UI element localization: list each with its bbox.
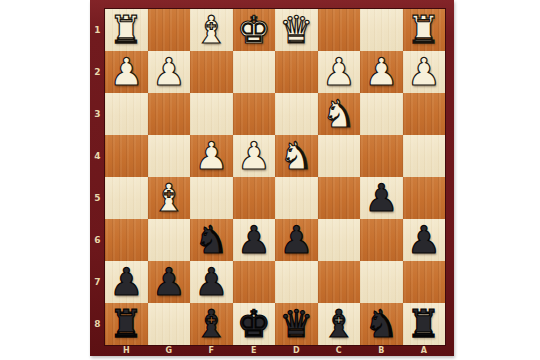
piece-white-pawn-b2[interactable]: ♟ <box>364 53 398 91</box>
square-c3[interactable]: ♞ <box>318 93 361 135</box>
square-b1[interactable] <box>360 9 403 51</box>
rank-label-5: 5 <box>90 177 105 219</box>
piece-black-pawn-a6[interactable]: ♟ <box>407 221 441 259</box>
piece-black-pawn-h7[interactable]: ♟ <box>109 263 143 301</box>
square-e6[interactable]: ♟ <box>233 219 276 261</box>
square-f3[interactable] <box>190 93 233 135</box>
piece-white-pawn-a2[interactable]: ♟ <box>407 53 441 91</box>
piece-white-pawn-f4[interactable]: ♟ <box>194 137 228 175</box>
board-grid: ♜♝♚♛♜♟♟♟♟♟♞♟♟♞♝♟♞♟♟♟♟♟♟♜♝♚♛♝♞♜ <box>105 9 445 345</box>
file-label-c: C <box>318 345 361 356</box>
rank-label-6: 6 <box>90 219 105 261</box>
page-background: 12345678 ♜♝♚♛♜♟♟♟♟♟♞♟♟♞♝♟♞♟♟♟♟♟♟♜♝♚♛♝♞♜ … <box>0 0 540 360</box>
square-h5[interactable] <box>105 177 148 219</box>
piece-white-rook-a1[interactable]: ♜ <box>407 11 441 49</box>
square-g1[interactable] <box>148 9 191 51</box>
square-h4[interactable] <box>105 135 148 177</box>
piece-black-queen-d8[interactable]: ♛ <box>279 305 313 343</box>
square-a2[interactable]: ♟ <box>403 51 446 93</box>
file-label-f: F <box>190 345 233 356</box>
file-label-d: D <box>275 345 318 356</box>
square-h7[interactable]: ♟ <box>105 261 148 303</box>
square-b5[interactable]: ♟ <box>360 177 403 219</box>
square-a8[interactable]: ♜ <box>403 303 446 345</box>
square-a3[interactable] <box>403 93 446 135</box>
square-g7[interactable]: ♟ <box>148 261 191 303</box>
square-f6[interactable]: ♞ <box>190 219 233 261</box>
piece-white-knight-d4[interactable]: ♞ <box>279 137 313 175</box>
piece-white-bishop-f1[interactable]: ♝ <box>194 11 228 49</box>
square-c8[interactable]: ♝ <box>318 303 361 345</box>
square-f7[interactable]: ♟ <box>190 261 233 303</box>
piece-white-pawn-g2[interactable]: ♟ <box>152 53 186 91</box>
piece-white-pawn-e4[interactable]: ♟ <box>237 137 271 175</box>
square-h8[interactable]: ♜ <box>105 303 148 345</box>
piece-white-pawn-c2[interactable]: ♟ <box>322 53 356 91</box>
square-f8[interactable]: ♝ <box>190 303 233 345</box>
square-c2[interactable]: ♟ <box>318 51 361 93</box>
piece-black-pawn-f7[interactable]: ♟ <box>194 263 228 301</box>
rank-label-4: 4 <box>90 135 105 177</box>
square-d5[interactable] <box>275 177 318 219</box>
square-d2[interactable] <box>275 51 318 93</box>
piece-white-king-e1[interactable]: ♚ <box>237 11 271 49</box>
piece-black-pawn-g7[interactable]: ♟ <box>152 263 186 301</box>
square-e2[interactable] <box>233 51 276 93</box>
piece-black-pawn-e6[interactable]: ♟ <box>237 221 271 259</box>
square-a5[interactable] <box>403 177 446 219</box>
piece-black-knight-f6[interactable]: ♞ <box>194 221 228 259</box>
piece-white-queen-d1[interactable]: ♛ <box>279 11 313 49</box>
rank-label-1: 1 <box>90 9 105 51</box>
square-b2[interactable]: ♟ <box>360 51 403 93</box>
rank-label-2: 2 <box>90 51 105 93</box>
square-f1[interactable]: ♝ <box>190 9 233 51</box>
piece-black-rook-a8[interactable]: ♜ <box>407 305 441 343</box>
piece-black-bishop-c8[interactable]: ♝ <box>322 305 356 343</box>
file-label-h: H <box>105 345 148 356</box>
square-d4[interactable]: ♞ <box>275 135 318 177</box>
piece-white-bishop-g5[interactable]: ♝ <box>152 179 186 217</box>
square-c1[interactable] <box>318 9 361 51</box>
square-d7[interactable] <box>275 261 318 303</box>
square-a7[interactable] <box>403 261 446 303</box>
square-c7[interactable] <box>318 261 361 303</box>
square-d8[interactable]: ♛ <box>275 303 318 345</box>
piece-white-rook-h1[interactable]: ♜ <box>109 11 143 49</box>
file-label-e: E <box>233 345 276 356</box>
file-labels: HGFEDCBA <box>105 345 445 356</box>
file-label-b: B <box>360 345 403 356</box>
square-h2[interactable]: ♟ <box>105 51 148 93</box>
rank-label-8: 8 <box>90 303 105 345</box>
square-e8[interactable]: ♚ <box>233 303 276 345</box>
file-label-g: G <box>148 345 191 356</box>
square-e4[interactable]: ♟ <box>233 135 276 177</box>
square-e3[interactable] <box>233 93 276 135</box>
square-c4[interactable] <box>318 135 361 177</box>
rank-label-3: 3 <box>90 93 105 135</box>
square-c5[interactable] <box>318 177 361 219</box>
square-g4[interactable] <box>148 135 191 177</box>
square-h3[interactable] <box>105 93 148 135</box>
piece-white-knight-c3[interactable]: ♞ <box>322 95 356 133</box>
piece-black-rook-h8[interactable]: ♜ <box>109 305 143 343</box>
square-g6[interactable] <box>148 219 191 261</box>
square-h1[interactable]: ♜ <box>105 9 148 51</box>
square-e5[interactable] <box>233 177 276 219</box>
square-g3[interactable] <box>148 93 191 135</box>
piece-black-king-e8[interactable]: ♚ <box>237 305 271 343</box>
square-c6[interactable] <box>318 219 361 261</box>
square-b3[interactable] <box>360 93 403 135</box>
square-a1[interactable]: ♜ <box>403 9 446 51</box>
square-d6[interactable]: ♟ <box>275 219 318 261</box>
square-d3[interactable] <box>275 93 318 135</box>
piece-white-pawn-h2[interactable]: ♟ <box>109 53 143 91</box>
square-b7[interactable] <box>360 261 403 303</box>
piece-black-pawn-d6[interactable]: ♟ <box>279 221 313 259</box>
square-h6[interactable] <box>105 219 148 261</box>
square-a6[interactable]: ♟ <box>403 219 446 261</box>
square-b4[interactable] <box>360 135 403 177</box>
piece-black-bishop-f8[interactable]: ♝ <box>194 305 228 343</box>
rank-label-7: 7 <box>90 261 105 303</box>
chess-board: 12345678 ♜♝♚♛♜♟♟♟♟♟♞♟♟♞♝♟♞♟♟♟♟♟♟♜♝♚♛♝♞♜ … <box>90 0 454 356</box>
square-f2[interactable] <box>190 51 233 93</box>
square-a4[interactable] <box>403 135 446 177</box>
rank-labels: 12345678 <box>90 9 105 345</box>
square-g5[interactable]: ♝ <box>148 177 191 219</box>
square-g8[interactable] <box>148 303 191 345</box>
piece-black-knight-b8[interactable]: ♞ <box>364 305 398 343</box>
square-f4[interactable]: ♟ <box>190 135 233 177</box>
square-f5[interactable] <box>190 177 233 219</box>
square-e7[interactable] <box>233 261 276 303</box>
square-e1[interactable]: ♚ <box>233 9 276 51</box>
square-d1[interactable]: ♛ <box>275 9 318 51</box>
square-g2[interactable]: ♟ <box>148 51 191 93</box>
square-b6[interactable] <box>360 219 403 261</box>
square-b8[interactable]: ♞ <box>360 303 403 345</box>
file-label-a: A <box>403 345 446 356</box>
piece-black-pawn-b5[interactable]: ♟ <box>364 179 398 217</box>
